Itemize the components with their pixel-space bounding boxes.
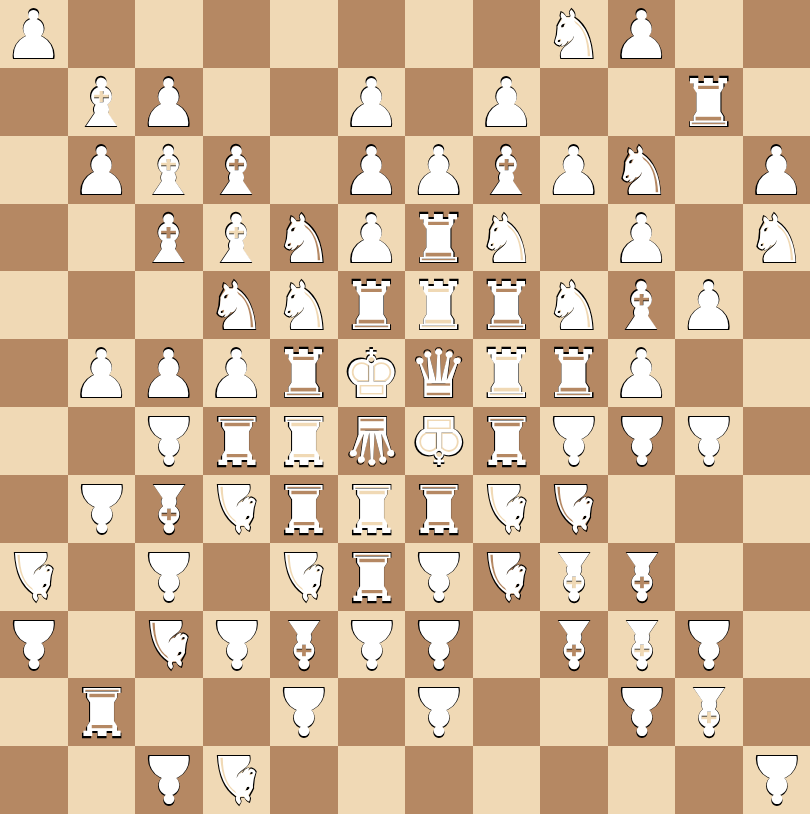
square-r5-c3[interactable]: ♟♙ [203,339,271,407]
square-r2-c1[interactable]: ♟♙ [68,136,136,204]
white-pawn[interactable]: ♟♙ [338,136,406,204]
knight-fill-glyph: ♞ [207,273,266,339]
square-r2-c10[interactable] [675,136,743,204]
inverted-white-knight[interactable]: ♞♘ [473,543,541,611]
white-pawn[interactable]: ♟♙ [0,0,68,68]
square-r6-c7[interactable]: ♜♖ [473,407,541,475]
pawn-fill-glyph: ♟ [409,678,468,744]
square-r9-c11[interactable] [743,611,810,679]
white-rook[interactable]: ♜♖ [540,339,608,407]
square-r0-c8[interactable]: ♞♘ [540,0,608,68]
square-r7-c8[interactable]: ♞♘ [540,475,608,543]
square-r1-c10[interactable]: ♜♖ [675,68,743,136]
square-r10-c0[interactable] [0,678,68,746]
square-r8-c3[interactable] [203,543,271,611]
knight-fill-glyph: ♞ [207,475,266,541]
square-r8-c7[interactable]: ♞♘ [473,543,541,611]
inverted-white-bishop[interactable]: ♝♗ [675,678,743,746]
rook-fill-glyph: ♜ [544,341,603,407]
white-bishop[interactable]: ♝♗ [135,204,203,272]
square-r6-c0[interactable] [0,407,68,475]
rook-fill-glyph: ♜ [477,273,536,339]
square-r9-c3[interactable]: ♟♙ [203,611,271,679]
inverted-white-pawn[interactable]: ♟♙ [675,407,743,475]
square-r3-c0[interactable] [0,204,68,272]
rook-fill-glyph: ♜ [409,273,468,339]
square-r0-c2[interactable] [135,0,203,68]
pawn-fill-glyph: ♟ [342,206,401,272]
square-r3-c8[interactable] [540,204,608,272]
pawn-fill-glyph: ♟ [409,543,468,609]
white-knight[interactable]: ♞♘ [743,204,810,272]
pawn-fill-glyph: ♟ [207,610,266,676]
square-r7-c10[interactable] [675,475,743,543]
white-pawn[interactable]: ♟♙ [68,136,136,204]
square-r1-c9[interactable] [608,68,676,136]
square-r9-c4[interactable]: ♝♗ [270,611,338,679]
inverted-white-pawn[interactable]: ♟♙ [270,678,338,746]
square-r1-c11[interactable] [743,68,810,136]
pawn-fill-glyph: ♟ [679,610,738,676]
square-r1-c8[interactable] [540,68,608,136]
inverted-white-queen[interactable]: ♛♕ [338,407,406,475]
square-r2-c3[interactable]: ♝♗ [203,136,271,204]
square-r5-c7[interactable]: ♜♖ [473,339,541,407]
pawn-fill-glyph: ♟ [4,610,63,676]
knight-fill-glyph: ♞ [477,543,536,609]
inverted-white-pawn[interactable]: ♟♙ [743,746,810,814]
white-knight[interactable]: ♞♘ [270,271,338,339]
square-r4-c4[interactable]: ♞♘ [270,271,338,339]
bishop-fill-glyph: ♝ [612,610,671,676]
square-r1-c5[interactable]: ♟♙ [338,68,406,136]
white-pawn[interactable]: ♟♙ [608,204,676,272]
square-r4-c6[interactable]: ♜♖ [405,271,473,339]
square-r9-c10[interactable]: ♟♙ [675,611,743,679]
inverted-white-bishop[interactable]: ♝♗ [135,475,203,543]
square-r7-c6[interactable]: ♜♖ [405,475,473,543]
square-r7-c2[interactable]: ♝♗ [135,475,203,543]
square-r3-c10[interactable] [675,204,743,272]
white-knight[interactable]: ♞♘ [540,0,608,68]
inverted-white-pawn[interactable]: ♟♙ [135,407,203,475]
square-r6-c8[interactable]: ♟♙ [540,407,608,475]
square-r4-c2[interactable] [135,271,203,339]
inverted-white-knight[interactable]: ♞♘ [540,475,608,543]
square-r6-c1[interactable] [68,407,136,475]
square-r1-c2[interactable]: ♟♙ [135,68,203,136]
square-r2-c2[interactable]: ♝♗ [135,136,203,204]
pawn-fill-glyph: ♟ [139,70,198,136]
inverted-white-bishop[interactable]: ♝♗ [270,611,338,679]
square-r0-c11[interactable] [743,0,810,68]
square-r9-c9[interactable]: ♝♗ [608,611,676,679]
square-r2-c4[interactable] [270,136,338,204]
knight-fill-glyph: ♞ [544,273,603,339]
square-r3-c4[interactable]: ♞♘ [270,204,338,272]
white-pawn[interactable]: ♟♙ [135,339,203,407]
inverted-white-pawn[interactable]: ♟♙ [68,475,136,543]
square-r6-c9[interactable]: ♟♙ [608,407,676,475]
inverted-white-pawn[interactable]: ♟♙ [608,407,676,475]
bishop-fill-glyph: ♝ [679,678,738,744]
bishop-fill-glyph: ♝ [544,543,603,609]
square-r6-c10[interactable]: ♟♙ [675,407,743,475]
white-rook[interactable]: ♜♖ [675,68,743,136]
pawn-fill-glyph: ♟ [72,138,131,204]
square-r3-c5[interactable]: ♟♙ [338,204,406,272]
square-r8-c10[interactable] [675,543,743,611]
king-fill-glyph: ♚ [342,341,401,407]
square-r4-c11[interactable] [743,271,810,339]
inverted-white-rook[interactable]: ♜♖ [68,678,136,746]
square-r6-c11[interactable] [743,407,810,475]
inverted-white-pawn[interactable]: ♟♙ [405,678,473,746]
white-bishop[interactable]: ♝♗ [608,271,676,339]
white-rook[interactable]: ♜♖ [338,271,406,339]
inverted-white-knight[interactable]: ♞♘ [203,475,271,543]
square-r5-c2[interactable]: ♟♙ [135,339,203,407]
square-r6-c3[interactable]: ♜♖ [203,407,271,475]
square-r4-c10[interactable]: ♟♙ [675,271,743,339]
square-r5-c5[interactable]: ♚♔ [338,339,406,407]
square-r9-c7[interactable] [473,611,541,679]
inverted-white-pawn[interactable]: ♟♙ [0,611,68,679]
pawn-fill-glyph: ♟ [544,138,603,204]
pawn-fill-glyph: ♟ [544,407,603,473]
square-r0-c4[interactable] [270,0,338,68]
square-r7-c1[interactable]: ♟♙ [68,475,136,543]
square-r11-c8[interactable] [540,746,608,814]
pawn-fill-glyph: ♟ [612,206,671,272]
white-pawn[interactable]: ♟♙ [473,68,541,136]
square-r1-c1[interactable]: ♝♗ [68,68,136,136]
square-r11-c11[interactable]: ♟♙ [743,746,810,814]
white-knight[interactable]: ♞♘ [540,271,608,339]
square-r7-c3[interactable]: ♞♘ [203,475,271,543]
square-r3-c6[interactable]: ♜♖ [405,204,473,272]
rook-fill-glyph: ♜ [274,475,333,541]
white-pawn[interactable]: ♟♙ [338,68,406,136]
square-r11-c2[interactable]: ♟♙ [135,746,203,814]
inverted-white-knight[interactable]: ♞♘ [270,543,338,611]
square-r4-c1[interactable] [68,271,136,339]
square-r10-c9[interactable]: ♟♙ [608,678,676,746]
square-r7-c0[interactable] [0,475,68,543]
square-r5-c11[interactable] [743,339,810,407]
square-r4-c0[interactable] [0,271,68,339]
square-r5-c1[interactable]: ♟♙ [68,339,136,407]
square-r0-c10[interactable] [675,0,743,68]
knight-fill-glyph: ♞ [477,206,536,272]
pawn-fill-glyph: ♟ [139,407,198,473]
square-r10-c10[interactable]: ♝♗ [675,678,743,746]
white-knight[interactable]: ♞♘ [608,136,676,204]
square-r2-c7[interactable]: ♝♗ [473,136,541,204]
square-r4-c3[interactable]: ♞♘ [203,271,271,339]
white-bishop[interactable]: ♝♗ [473,136,541,204]
bishop-fill-glyph: ♝ [72,70,131,136]
bishop-fill-glyph: ♝ [139,475,198,541]
white-rook[interactable]: ♜♖ [405,271,473,339]
knight-fill-glyph: ♞ [274,206,333,272]
bishop-fill-glyph: ♝ [612,273,671,339]
pawn-fill-glyph: ♟ [612,2,671,68]
white-rook[interactable]: ♜♖ [405,204,473,272]
rook-fill-glyph: ♜ [274,341,333,407]
square-r0-c1[interactable] [68,0,136,68]
inverted-white-knight[interactable]: ♞♘ [473,475,541,543]
inverted-white-bishop[interactable]: ♝♗ [540,611,608,679]
square-r7-c5[interactable]: ♜♖ [338,475,406,543]
square-r6-c2[interactable]: ♟♙ [135,407,203,475]
white-rook[interactable]: ♜♖ [270,339,338,407]
rook-fill-glyph: ♜ [409,475,468,541]
square-r10-c8[interactable] [540,678,608,746]
square-r11-c10[interactable] [675,746,743,814]
knight-fill-glyph: ♞ [274,273,333,339]
square-r5-c6[interactable]: ♛♕ [405,339,473,407]
inverted-white-pawn[interactable]: ♟♙ [608,678,676,746]
square-r11-c4[interactable] [270,746,338,814]
pawn-fill-glyph: ♟ [409,138,468,204]
bishop-fill-glyph: ♝ [544,610,603,676]
square-r3-c2[interactable]: ♝♗ [135,204,203,272]
square-r2-c8[interactable]: ♟♙ [540,136,608,204]
pawn-fill-glyph: ♟ [747,138,806,204]
square-r11-c5[interactable] [338,746,406,814]
square-r3-c11[interactable]: ♞♘ [743,204,810,272]
square-r8-c0[interactable]: ♞♘ [0,543,68,611]
square-r10-c6[interactable]: ♟♙ [405,678,473,746]
square-r2-c11[interactable]: ♟♙ [743,136,810,204]
pawn-fill-glyph: ♟ [139,341,198,407]
square-r7-c11[interactable] [743,475,810,543]
square-r1-c0[interactable] [0,68,68,136]
white-rook[interactable]: ♜♖ [473,339,541,407]
inverted-white-rook[interactable]: ♜♖ [405,475,473,543]
square-r10-c4[interactable]: ♟♙ [270,678,338,746]
square-r0-c3[interactable] [203,0,271,68]
inverted-white-pawn[interactable]: ♟♙ [675,611,743,679]
square-r11-c6[interactable] [405,746,473,814]
pawn-fill-glyph: ♟ [409,610,468,676]
square-r7-c4[interactable]: ♜♖ [270,475,338,543]
pawn-fill-glyph: ♟ [342,70,401,136]
rook-fill-glyph: ♜ [342,273,401,339]
chessboard: ♟♙♞♘♟♙♝♗♟♙♟♙♟♙♜♖♟♙♝♗♝♗♟♙♟♙♝♗♟♙♞♘♟♙♝♗♝♗♞♘… [0,0,810,814]
inverted-white-pawn[interactable]: ♟♙ [338,611,406,679]
inverted-white-knight[interactable]: ♞♘ [0,543,68,611]
square-r8-c11[interactable] [743,543,810,611]
square-r8-c9[interactable]: ♝♗ [608,543,676,611]
pawn-fill-glyph: ♟ [477,70,536,136]
white-pawn[interactable]: ♟♙ [743,136,810,204]
rook-fill-glyph: ♜ [342,543,401,609]
white-queen[interactable]: ♛♕ [405,339,473,407]
pawn-fill-glyph: ♟ [139,746,198,812]
pawn-fill-glyph: ♟ [612,407,671,473]
square-r0-c6[interactable] [405,0,473,68]
pawn-fill-glyph: ♟ [72,341,131,407]
square-r8-c2[interactable]: ♟♙ [135,543,203,611]
king-fill-glyph: ♚ [409,407,468,473]
square-r5-c0[interactable] [0,339,68,407]
inverted-white-rook[interactable]: ♜♖ [270,475,338,543]
inverted-white-rook[interactable]: ♜♖ [203,407,271,475]
pawn-fill-glyph: ♟ [612,341,671,407]
square-r0-c7[interactable] [473,0,541,68]
square-r10-c3[interactable] [203,678,271,746]
square-r11-c1[interactable] [68,746,136,814]
square-r1-c4[interactable] [270,68,338,136]
white-pawn[interactable]: ♟♙ [405,136,473,204]
square-r10-c1[interactable]: ♜♖ [68,678,136,746]
inverted-white-rook[interactable]: ♜♖ [338,475,406,543]
square-r11-c3[interactable]: ♞♘ [203,746,271,814]
square-r0-c9[interactable]: ♟♙ [608,0,676,68]
white-bishop[interactable]: ♝♗ [203,136,271,204]
square-r9-c1[interactable] [68,611,136,679]
queen-fill-glyph: ♛ [342,407,401,473]
rook-fill-glyph: ♜ [477,407,536,473]
square-r9-c0[interactable]: ♟♙ [0,611,68,679]
pawn-fill-glyph: ♟ [747,746,806,812]
square-r6-c6[interactable]: ♚♔ [405,407,473,475]
square-r11-c9[interactable] [608,746,676,814]
bishop-fill-glyph: ♝ [207,138,266,204]
square-r4-c5[interactable]: ♜♖ [338,271,406,339]
square-r7-c9[interactable] [608,475,676,543]
square-r8-c4[interactable]: ♞♘ [270,543,338,611]
inverted-white-rook[interactable]: ♜♖ [473,407,541,475]
square-r5-c8[interactable]: ♜♖ [540,339,608,407]
inverted-white-pawn[interactable]: ♟♙ [405,611,473,679]
knight-fill-glyph: ♞ [207,746,266,812]
square-r1-c6[interactable] [405,68,473,136]
pawn-fill-glyph: ♟ [612,678,671,744]
square-r10-c5[interactable] [338,678,406,746]
white-knight[interactable]: ♞♘ [203,271,271,339]
square-r10-c11[interactable] [743,678,810,746]
square-r7-c7[interactable]: ♞♘ [473,475,541,543]
square-r8-c5[interactable]: ♜♖ [338,543,406,611]
square-r4-c8[interactable]: ♞♘ [540,271,608,339]
inverted-white-knight[interactable]: ♞♘ [135,611,203,679]
square-r1-c3[interactable] [203,68,271,136]
white-pawn[interactable]: ♟♙ [675,271,743,339]
square-r5-c4[interactable]: ♜♖ [270,339,338,407]
knight-fill-glyph: ♞ [747,206,806,272]
square-r4-c9[interactable]: ♝♗ [608,271,676,339]
inverted-white-bishop[interactable]: ♝♗ [608,611,676,679]
white-rook[interactable]: ♜♖ [473,271,541,339]
square-r10-c2[interactable] [135,678,203,746]
white-pawn[interactable]: ♟♙ [135,68,203,136]
square-r9-c5[interactable]: ♟♙ [338,611,406,679]
white-pawn[interactable]: ♟♙ [608,0,676,68]
inverted-white-bishop[interactable]: ♝♗ [540,543,608,611]
knight-fill-glyph: ♞ [274,543,333,609]
inverted-white-bishop[interactable]: ♝♗ [608,543,676,611]
knight-fill-glyph: ♞ [477,475,536,541]
square-r10-c7[interactable] [473,678,541,746]
bishop-fill-glyph: ♝ [139,206,198,272]
square-r2-c9[interactable]: ♞♘ [608,136,676,204]
knight-fill-glyph: ♞ [544,2,603,68]
pawn-fill-glyph: ♟ [679,407,738,473]
bishop-fill-glyph: ♝ [207,206,266,272]
white-pawn[interactable]: ♟♙ [338,204,406,272]
square-r9-c2[interactable]: ♞♘ [135,611,203,679]
white-pawn[interactable]: ♟♙ [608,339,676,407]
white-bishop[interactable]: ♝♗ [203,204,271,272]
inverted-white-pawn[interactable]: ♟♙ [540,407,608,475]
knight-fill-glyph: ♞ [4,543,63,609]
rook-fill-glyph: ♜ [207,407,266,473]
square-r4-c7[interactable]: ♜♖ [473,271,541,339]
square-r8-c1[interactable] [68,543,136,611]
inverted-white-pawn[interactable]: ♟♙ [203,611,271,679]
white-king[interactable]: ♚♔ [338,339,406,407]
inverted-white-pawn[interactable]: ♟♙ [405,543,473,611]
white-bishop[interactable]: ♝♗ [68,68,136,136]
square-r2-c6[interactable]: ♟♙ [405,136,473,204]
square-r11-c7[interactable] [473,746,541,814]
pawn-fill-glyph: ♟ [679,273,738,339]
white-pawn[interactable]: ♟♙ [203,339,271,407]
white-knight[interactable]: ♞♘ [270,204,338,272]
square-r0-c0[interactable]: ♟♙ [0,0,68,68]
square-r5-c9[interactable]: ♟♙ [608,339,676,407]
knight-fill-glyph: ♞ [612,138,671,204]
pawn-fill-glyph: ♟ [207,341,266,407]
square-r6-c5[interactable]: ♛♕ [338,407,406,475]
square-r8-c6[interactable]: ♟♙ [405,543,473,611]
inverted-white-king[interactable]: ♚♔ [405,407,473,475]
square-r3-c3[interactable]: ♝♗ [203,204,271,272]
bishop-fill-glyph: ♝ [274,610,333,676]
square-r11-c0[interactable] [0,746,68,814]
square-r2-c5[interactable]: ♟♙ [338,136,406,204]
inverted-white-rook[interactable]: ♜♖ [338,543,406,611]
inverted-white-pawn[interactable]: ♟♙ [135,746,203,814]
inverted-white-knight[interactable]: ♞♘ [203,746,271,814]
inverted-white-pawn[interactable]: ♟♙ [135,543,203,611]
white-pawn[interactable]: ♟♙ [68,339,136,407]
square-r0-c5[interactable] [338,0,406,68]
square-r3-c7[interactable]: ♞♘ [473,204,541,272]
inverted-white-rook[interactable]: ♜♖ [270,407,338,475]
white-pawn[interactable]: ♟♙ [540,136,608,204]
square-r8-c8[interactable]: ♝♗ [540,543,608,611]
pawn-fill-glyph: ♟ [72,475,131,541]
square-r2-c0[interactable] [0,136,68,204]
square-r1-c7[interactable]: ♟♙ [473,68,541,136]
pawn-fill-glyph: ♟ [342,610,401,676]
rook-fill-glyph: ♜ [477,341,536,407]
square-r9-c6[interactable]: ♟♙ [405,611,473,679]
white-bishop[interactable]: ♝♗ [135,136,203,204]
bishop-fill-glyph: ♝ [612,543,671,609]
square-r6-c4[interactable]: ♜♖ [270,407,338,475]
square-r5-c10[interactable] [675,339,743,407]
pawn-fill-glyph: ♟ [342,138,401,204]
square-r3-c1[interactable] [68,204,136,272]
white-knight[interactable]: ♞♘ [473,204,541,272]
square-r3-c9[interactable]: ♟♙ [608,204,676,272]
square-r9-c8[interactable]: ♝♗ [540,611,608,679]
